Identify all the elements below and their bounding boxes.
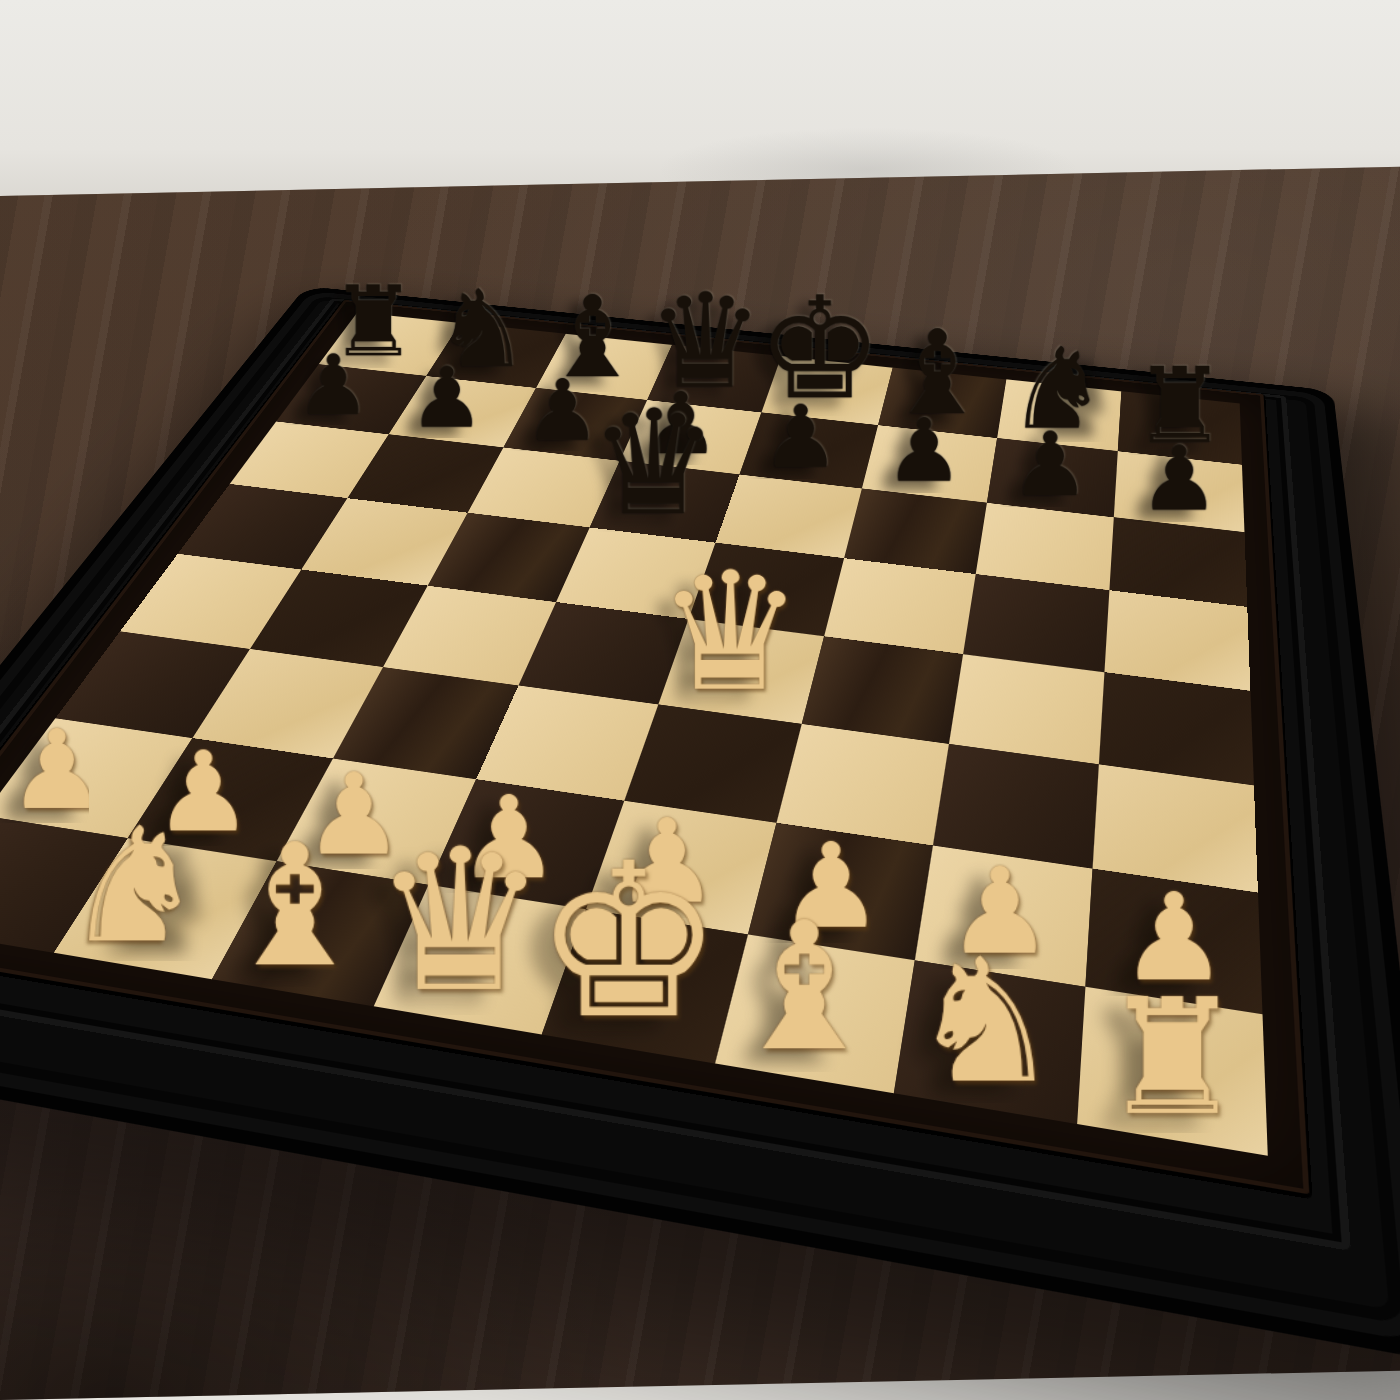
white-king: ♚	[534, 841, 725, 1043]
black-pawn: ♟	[885, 410, 963, 493]
white-rook: ♜	[1100, 981, 1244, 1133]
white-rook: ♜	[0, 798, 44, 935]
white-queen: ♛	[371, 828, 547, 1015]
square-f6	[844, 488, 987, 574]
square-g6	[975, 503, 1114, 591]
black-pawn: ♟	[1011, 423, 1090, 507]
black-pawn: ♟	[762, 396, 840, 478]
square-h1: ♜	[1077, 987, 1267, 1156]
white-bishop: ♝	[725, 905, 883, 1073]
black-queen: ♛	[589, 395, 719, 532]
black-pawn: ♟	[297, 346, 371, 425]
square-h4	[1099, 672, 1254, 785]
black-pawn: ♟	[1139, 437, 1219, 522]
white-knight: ♞	[908, 940, 1062, 1103]
white-queen: ♛	[657, 555, 804, 711]
square-g7: ♟	[987, 438, 1119, 517]
square-e7: ♟	[740, 412, 878, 488]
square-d6: ♛	[590, 461, 740, 543]
white-knight: ♞	[64, 810, 206, 961]
square-h7: ♟	[1114, 451, 1244, 532]
chess-set-photo: ♜♞♝♛♚♝♞♜♟♟♟♟♟♟♟♟♛♛♟♟♟♟♟♟♟♟♜♞♝♛♚♝♞♜	[0, 0, 1400, 1400]
square-g1: ♞	[893, 960, 1086, 1124]
square-e4: ♛	[658, 619, 824, 724]
black-pawn: ♟	[409, 358, 484, 438]
square-e1: ♚	[542, 909, 748, 1063]
square-h6	[1110, 517, 1248, 607]
white-bishop: ♝	[219, 828, 370, 988]
